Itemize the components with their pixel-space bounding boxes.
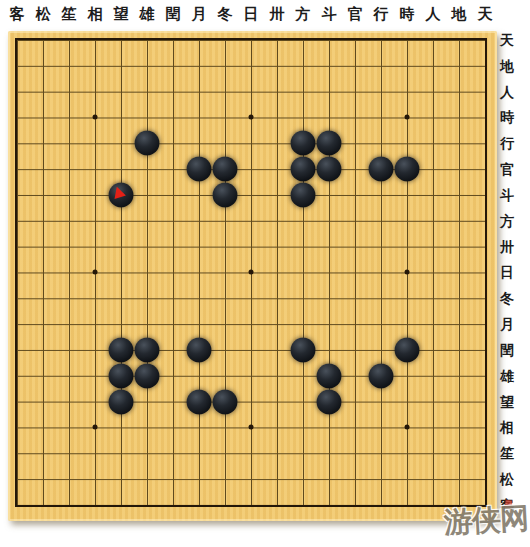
right-label-row-18: 松 xyxy=(500,472,514,486)
right-label-row-13: 閏 xyxy=(500,343,514,357)
top-label-col-6: 雄 xyxy=(140,7,155,22)
top-label-col-13: 斗 xyxy=(322,7,337,22)
top-label-col-19: 天 xyxy=(478,7,493,22)
right-label-row-12: 月 xyxy=(500,317,514,331)
black-stone xyxy=(291,337,316,362)
black-stone xyxy=(213,389,238,414)
black-stone xyxy=(187,389,212,414)
top-label-col-14: 官 xyxy=(348,7,363,22)
site-watermark: 游侠网 xyxy=(443,499,529,543)
top-label-col-3: 笙 xyxy=(62,7,77,22)
star-point xyxy=(249,115,254,120)
black-stone xyxy=(317,131,342,156)
right-label-row-11: 冬 xyxy=(500,291,514,305)
top-label-col-18: 地 xyxy=(452,7,467,22)
star-point xyxy=(93,425,98,430)
star-point xyxy=(249,425,254,430)
black-stone xyxy=(135,363,160,388)
black-stone xyxy=(369,363,394,388)
star-point xyxy=(405,270,410,275)
star-point xyxy=(93,270,98,275)
black-stone xyxy=(395,337,420,362)
star-point xyxy=(249,270,254,275)
right-label-row-10: 日 xyxy=(500,265,514,279)
right-label-row-14: 雄 xyxy=(500,369,514,383)
right-label-row-15: 望 xyxy=(500,395,514,409)
black-stone xyxy=(291,131,316,156)
black-stone xyxy=(187,337,212,362)
black-stone xyxy=(213,182,238,207)
black-stone xyxy=(213,157,238,182)
black-stone xyxy=(317,389,342,414)
top-label-col-9: 冬 xyxy=(218,7,233,22)
star-point xyxy=(405,115,410,120)
right-label-row-1: 天 xyxy=(500,33,514,47)
black-stone xyxy=(135,131,160,156)
right-label-row-2: 地 xyxy=(500,59,514,73)
black-stone xyxy=(395,157,420,182)
top-label-col-5: 望 xyxy=(114,7,129,22)
black-stone xyxy=(369,157,394,182)
top-label-col-1: 客 xyxy=(10,7,25,22)
screenshot-root: 客松笙相望雄閏月冬日卅方斗官行時人地天 天地人時行官斗方卅日冬月閏雄望相笙松客 … xyxy=(0,0,530,547)
black-stone-marked xyxy=(109,182,134,207)
go-board xyxy=(8,31,497,521)
top-label-col-17: 人 xyxy=(426,7,441,22)
top-label-col-8: 月 xyxy=(192,7,207,22)
right-label-row-6: 官 xyxy=(500,162,514,176)
right-label-row-16: 相 xyxy=(500,420,514,434)
black-stone xyxy=(135,337,160,362)
black-stone xyxy=(291,157,316,182)
top-label-col-16: 時 xyxy=(400,7,415,22)
star-point xyxy=(93,115,98,120)
star-point xyxy=(405,425,410,430)
black-stone xyxy=(317,363,342,388)
right-label-row-7: 斗 xyxy=(500,188,514,202)
top-label-col-4: 相 xyxy=(88,7,103,22)
right-label-row-4: 時 xyxy=(500,110,514,124)
black-stone xyxy=(291,182,316,207)
right-label-row-9: 卅 xyxy=(500,240,514,254)
black-stone xyxy=(109,337,134,362)
top-label-col-15: 行 xyxy=(374,7,389,22)
black-stone xyxy=(109,363,134,388)
top-label-col-12: 方 xyxy=(296,7,311,22)
red-triangle-marker-icon xyxy=(111,185,126,199)
right-label-row-3: 人 xyxy=(500,85,514,99)
top-label-col-10: 日 xyxy=(244,7,259,22)
top-label-col-7: 閏 xyxy=(166,7,181,22)
black-stone xyxy=(187,157,212,182)
right-label-row-17: 笙 xyxy=(500,446,514,460)
right-label-row-8: 方 xyxy=(500,214,514,228)
black-stone xyxy=(317,157,342,182)
top-label-col-2: 松 xyxy=(36,7,51,22)
black-stone xyxy=(109,389,134,414)
right-label-row-5: 行 xyxy=(500,136,514,150)
top-label-col-11: 卅 xyxy=(270,7,285,22)
